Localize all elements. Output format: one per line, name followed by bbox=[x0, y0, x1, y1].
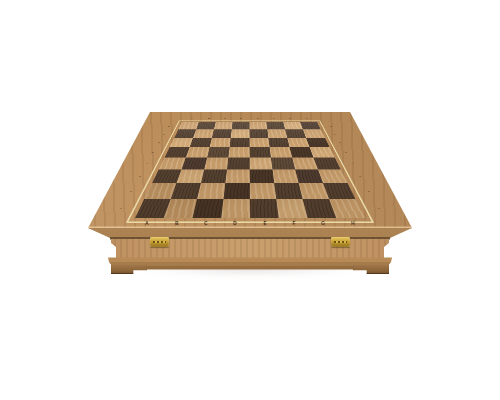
square-b3 bbox=[176, 169, 204, 183]
brass-latch-left bbox=[150, 237, 169, 247]
brass-latch-right bbox=[331, 237, 350, 247]
square-c8 bbox=[214, 122, 233, 129]
square-e7 bbox=[250, 129, 269, 137]
square-e3 bbox=[250, 169, 275, 183]
square-b4 bbox=[181, 158, 207, 170]
square-b7 bbox=[193, 129, 214, 137]
square-d8 bbox=[232, 122, 250, 129]
square-c3 bbox=[201, 169, 227, 183]
square-b8 bbox=[196, 122, 216, 129]
square-e4 bbox=[250, 158, 273, 170]
square-d1 bbox=[221, 199, 250, 218]
square-b2 bbox=[171, 183, 201, 199]
square-f7 bbox=[267, 129, 287, 137]
square-c1 bbox=[192, 199, 223, 218]
square-h7 bbox=[303, 129, 325, 137]
square-e1 bbox=[250, 199, 279, 218]
square-c4 bbox=[204, 158, 228, 170]
square-h6 bbox=[306, 138, 329, 147]
square-c2 bbox=[197, 183, 225, 199]
square-d4 bbox=[227, 158, 250, 170]
square-e2 bbox=[250, 183, 277, 199]
square-h8 bbox=[300, 122, 321, 129]
square-f5 bbox=[270, 147, 293, 158]
square-d2 bbox=[223, 183, 249, 199]
square-e6 bbox=[250, 138, 270, 147]
square-c7 bbox=[212, 129, 232, 137]
chess-box-product-photo: AABBCCDDEEFFGGHH1122334455667788 bbox=[0, 0, 500, 400]
square-b5 bbox=[186, 147, 210, 158]
square-d6 bbox=[230, 138, 250, 147]
square-d7 bbox=[231, 129, 250, 137]
square-c5 bbox=[207, 147, 230, 158]
square-f6 bbox=[268, 138, 289, 147]
square-f4 bbox=[271, 158, 295, 170]
square-d5 bbox=[228, 147, 249, 158]
square-b6 bbox=[190, 138, 212, 147]
square-e5 bbox=[250, 147, 271, 158]
square-c6 bbox=[210, 138, 231, 147]
square-e8 bbox=[250, 122, 268, 129]
square-f8 bbox=[266, 122, 285, 129]
square-d3 bbox=[225, 169, 249, 183]
